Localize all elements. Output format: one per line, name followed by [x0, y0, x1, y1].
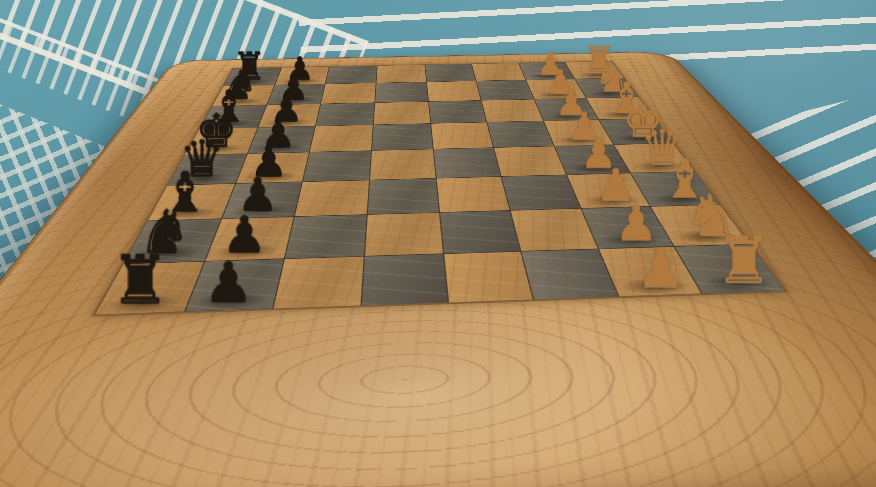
- square-c5[interactable]: [368, 178, 439, 214]
- photo-scene: ♜♟♟♜♞♟♟♞♝♟♟♝♚♟♟♚♛♟♟♛♝♟♟♝♞♟♟♞♜♟♟♜: [0, 0, 876, 487]
- white-rook-a1[interactable]: ♜: [715, 231, 772, 291]
- black-pawn-a7[interactable]: ♟: [204, 257, 254, 309]
- square-b3[interactable]: [511, 209, 597, 251]
- black-rook-a8[interactable]: ♜: [110, 249, 169, 312]
- white-pawn-a2[interactable]: ♟: [636, 243, 684, 294]
- square-c4[interactable]: [436, 177, 509, 213]
- square-c6[interactable]: [295, 180, 369, 216]
- square-b4[interactable]: [440, 211, 521, 253]
- board-scene: ♜♟♟♜♞♟♟♞♝♟♟♝♚♟♟♚♛♟♟♛♝♟♟♝♞♟♟♞♜♟♟♜: [0, 0, 876, 487]
- chess-board-3d: ♜♟♟♜♞♟♟♞♝♟♟♝♚♟♟♚♛♟♟♛♝♟♟♝♞♟♟♞♜♟♟♜: [0, 51, 876, 487]
- square-b6[interactable]: [285, 215, 366, 258]
